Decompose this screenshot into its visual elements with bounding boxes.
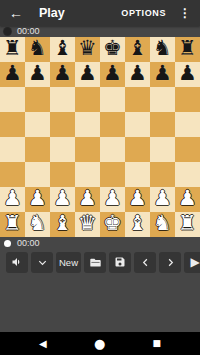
square-a1[interactable]: ♜ [0, 212, 25, 237]
black-pawn: ♟ [128, 63, 147, 84]
collapse-button[interactable] [31, 252, 53, 273]
open-file-button[interactable] [84, 252, 106, 273]
square-d7[interactable]: ♟ [75, 62, 100, 87]
toolbar: New ▶ [0, 250, 200, 274]
back-arrow-icon[interactable]: ← [9, 6, 23, 20]
square-h2[interactable]: ♟ [175, 187, 200, 212]
square-b3[interactable] [25, 162, 50, 187]
square-c5[interactable] [50, 112, 75, 137]
black-pawn: ♟ [28, 63, 47, 84]
square-c7[interactable]: ♟ [50, 62, 75, 87]
kebab-menu-icon[interactable]: ⋮ [179, 7, 191, 19]
square-a6[interactable] [0, 87, 25, 112]
square-e5[interactable] [100, 112, 125, 137]
square-h4[interactable] [175, 137, 200, 162]
white-clock: 00:00 [17, 239, 40, 248]
white-player-dot-icon [4, 240, 11, 247]
android-recents-icon[interactable]: ■ [152, 339, 161, 348]
folder-icon [89, 256, 102, 269]
square-f4[interactable] [125, 137, 150, 162]
black-knight: ♞ [28, 38, 47, 59]
previous-move-button[interactable] [134, 252, 156, 273]
square-c8[interactable]: ♝ [50, 37, 75, 62]
square-b2[interactable]: ♟ [25, 187, 50, 212]
black-player-dot-icon [4, 28, 11, 35]
square-g2[interactable]: ♟ [150, 187, 175, 212]
android-back-icon[interactable]: ◀ [39, 339, 47, 349]
black-pawn: ♟ [53, 63, 72, 84]
square-d5[interactable] [75, 112, 100, 137]
square-g8[interactable]: ♞ [150, 37, 175, 62]
square-b5[interactable] [25, 112, 50, 137]
square-e6[interactable] [100, 87, 125, 112]
volume-button[interactable] [6, 252, 28, 273]
square-g6[interactable] [150, 87, 175, 112]
white-knight: ♞ [153, 213, 172, 234]
square-c6[interactable] [50, 87, 75, 112]
square-h6[interactable] [175, 87, 200, 112]
background-area [0, 274, 200, 332]
square-d4[interactable] [75, 137, 100, 162]
square-f1[interactable]: ♝ [125, 212, 150, 237]
white-pawn: ♟ [178, 188, 197, 209]
white-rook: ♜ [3, 213, 22, 234]
square-d8[interactable]: ♛ [75, 37, 100, 62]
square-b4[interactable] [25, 137, 50, 162]
black-knight: ♞ [153, 38, 172, 59]
square-d3[interactable] [75, 162, 100, 187]
black-pawn: ♟ [178, 63, 197, 84]
chevron-left-icon [140, 257, 151, 268]
square-a5[interactable] [0, 112, 25, 137]
square-e4[interactable] [100, 137, 125, 162]
square-g4[interactable] [150, 137, 175, 162]
app-bar: ← Play OPTIONS ⋮ [0, 0, 200, 26]
square-b1[interactable]: ♞ [25, 212, 50, 237]
black-clock: 00:00 [17, 27, 40, 36]
square-f8[interactable]: ♝ [125, 37, 150, 62]
play-icon: ▶ [190, 256, 199, 268]
chevron-down-icon [37, 257, 48, 268]
square-g7[interactable]: ♟ [150, 62, 175, 87]
android-nav-bar: ◀ ● ■ [0, 332, 200, 355]
square-e8[interactable]: ♚ [100, 37, 125, 62]
white-rook: ♜ [178, 213, 197, 234]
square-e2[interactable]: ♟ [100, 187, 125, 212]
chevron-right-icon [165, 257, 176, 268]
black-king: ♚ [103, 38, 122, 59]
black-pawn: ♟ [153, 63, 172, 84]
square-b8[interactable]: ♞ [25, 37, 50, 62]
square-c3[interactable] [50, 162, 75, 187]
black-rook: ♜ [3, 38, 22, 59]
black-bishop: ♝ [53, 38, 72, 59]
square-f6[interactable] [125, 87, 150, 112]
chess-board[interactable]: ♜♞♝♛♚♝♞♜♟♟♟♟♟♟♟♟♟♟♟♟♟♟♟♟♜♞♝♛♚♝♞♜ [0, 37, 200, 237]
square-c4[interactable] [50, 137, 75, 162]
white-pawn: ♟ [28, 188, 47, 209]
square-h3[interactable] [175, 162, 200, 187]
square-d2[interactable]: ♟ [75, 187, 100, 212]
square-b6[interactable] [25, 87, 50, 112]
white-queen: ♛ [78, 213, 97, 234]
square-f2[interactable]: ♟ [125, 187, 150, 212]
square-a3[interactable] [0, 162, 25, 187]
white-pawn: ♟ [53, 188, 72, 209]
square-e3[interactable] [100, 162, 125, 187]
page-title: Play [39, 6, 121, 20]
black-queen: ♛ [78, 38, 97, 59]
square-a4[interactable] [0, 137, 25, 162]
black-bishop: ♝ [128, 38, 147, 59]
square-b7[interactable]: ♟ [25, 62, 50, 87]
white-pawn: ♟ [128, 188, 147, 209]
next-move-button[interactable] [159, 252, 181, 273]
new-game-button[interactable]: New [56, 252, 81, 273]
square-d1[interactable]: ♛ [75, 212, 100, 237]
square-c2[interactable]: ♟ [50, 187, 75, 212]
white-pawn: ♟ [3, 188, 22, 209]
square-f5[interactable] [125, 112, 150, 137]
white-king: ♚ [103, 213, 122, 234]
black-rook: ♜ [178, 38, 197, 59]
white-clock-row: 00:00 [0, 237, 200, 250]
black-pawn: ♟ [3, 63, 22, 84]
black-pawn: ♟ [78, 63, 97, 84]
options-button[interactable]: OPTIONS [121, 8, 166, 18]
square-f3[interactable] [125, 162, 150, 187]
white-bishop: ♝ [128, 213, 147, 234]
floppy-save-icon [114, 256, 126, 268]
white-pawn: ♟ [78, 188, 97, 209]
black-pawn: ♟ [103, 63, 122, 84]
square-c1[interactable]: ♝ [50, 212, 75, 237]
square-h7[interactable]: ♟ [175, 62, 200, 87]
square-f7[interactable]: ♟ [125, 62, 150, 87]
white-pawn: ♟ [153, 188, 172, 209]
square-a8[interactable]: ♜ [0, 37, 25, 62]
white-bishop: ♝ [53, 213, 72, 234]
square-g5[interactable] [150, 112, 175, 137]
square-e1[interactable]: ♚ [100, 212, 125, 237]
volume-icon [11, 256, 23, 268]
square-d6[interactable] [75, 87, 100, 112]
square-e7[interactable]: ♟ [100, 62, 125, 87]
white-knight: ♞ [28, 213, 47, 234]
square-g1[interactable]: ♞ [150, 212, 175, 237]
play-button[interactable]: ▶ [184, 252, 200, 273]
new-game-label: New [59, 257, 78, 268]
android-home-icon[interactable]: ● [94, 337, 105, 350]
square-a7[interactable]: ♟ [0, 62, 25, 87]
white-pawn: ♟ [103, 188, 122, 209]
square-h8[interactable]: ♜ [175, 37, 200, 62]
square-h5[interactable] [175, 112, 200, 137]
square-a2[interactable]: ♟ [0, 187, 25, 212]
square-g3[interactable] [150, 162, 175, 187]
save-game-button[interactable] [109, 252, 131, 273]
square-h1[interactable]: ♜ [175, 212, 200, 237]
